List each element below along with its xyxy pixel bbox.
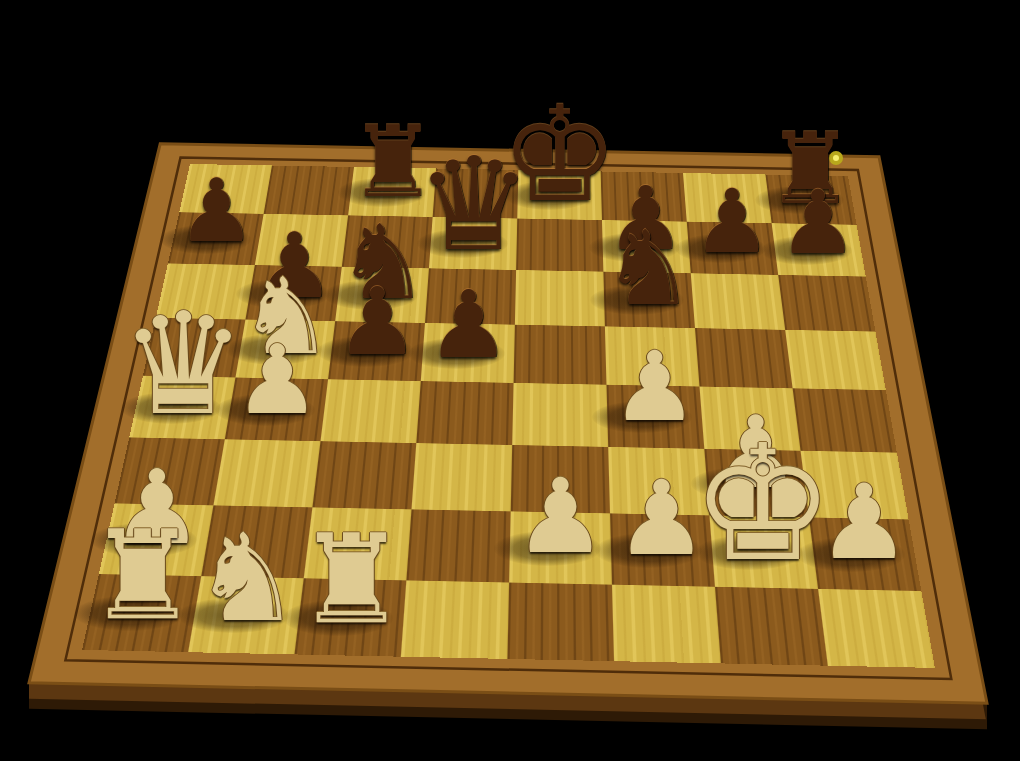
- piece-white-rook-c1[interactable]: ♜: [290, 518, 413, 641]
- piece-black-knight-f6[interactable]: ♞: [597, 217, 700, 320]
- square-b3[interactable]: [213, 439, 320, 507]
- square-e5[interactable]: [514, 325, 607, 385]
- square-h1[interactable]: [818, 589, 935, 668]
- square-c4[interactable]: [320, 379, 420, 443]
- square-d3[interactable]: [411, 443, 512, 511]
- piece-white-pawn-h2[interactable]: ♟: [813, 471, 917, 575]
- square-g5[interactable]: [695, 328, 793, 388]
- square-g1[interactable]: [715, 587, 828, 666]
- piece-white-pawn-b4[interactable]: ♟: [229, 332, 325, 428]
- piece-black-pawn-a7[interactable]: ♟: [173, 168, 260, 255]
- square-g6[interactable]: [691, 273, 785, 330]
- piece-black-pawn-g7[interactable]: ♟: [688, 178, 776, 266]
- square-d2[interactable]: [406, 509, 510, 582]
- piece-black-pawn-d5[interactable]: ♟: [422, 278, 515, 371]
- piece-white-pawn-f4[interactable]: ♟: [606, 339, 702, 435]
- square-e1[interactable]: [507, 583, 614, 662]
- chess-scene: ♜♚♜♟♛♟♟♟♟♞♞♞♟♟♛♟♟♟♟♟♟♚♟♜♞♜: [0, 0, 1020, 761]
- piece-black-pawn-h7[interactable]: ♟: [774, 179, 862, 267]
- piece-black-pawn-c5[interactable]: ♟: [331, 276, 424, 369]
- square-d1[interactable]: [401, 580, 509, 659]
- square-h5[interactable]: [785, 330, 886, 390]
- piece-white-pawn-e2[interactable]: ♟: [509, 465, 612, 568]
- square-d4[interactable]: [416, 381, 513, 445]
- square-e4[interactable]: [512, 383, 608, 447]
- square-h6[interactable]: [778, 275, 875, 332]
- square-c3[interactable]: [312, 441, 416, 509]
